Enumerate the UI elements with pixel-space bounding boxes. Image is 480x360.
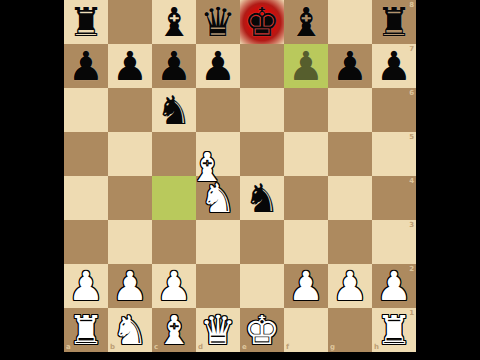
black-pawn-d7[interactable]: ♟	[196, 44, 240, 88]
square-d7[interactable]: ♟	[196, 44, 240, 88]
black-pawn-c7[interactable]: ♟	[152, 44, 196, 88]
square-e4[interactable]: ♞	[240, 176, 284, 220]
square-a2[interactable]: ♟	[64, 264, 108, 308]
square-e5[interactable]	[240, 132, 284, 176]
black-bishop-f8[interactable]: ♝	[284, 0, 328, 44]
black-pawn-b7[interactable]: ♟	[108, 44, 152, 88]
black-knight-e4[interactable]: ♞	[240, 176, 284, 220]
white-king-e1[interactable]: ♚	[240, 308, 284, 352]
square-g3[interactable]	[328, 220, 372, 264]
white-rook-a1[interactable]: ♜	[64, 308, 108, 352]
black-knight-c6[interactable]: ♞	[152, 88, 196, 132]
square-e1[interactable]: ♚e	[240, 308, 284, 352]
square-c7[interactable]: ♟	[152, 44, 196, 88]
square-h2[interactable]: ♟2	[372, 264, 416, 308]
square-d6[interactable]	[196, 88, 240, 132]
square-f8[interactable]: ♝	[284, 0, 328, 44]
square-g7[interactable]: ♟	[328, 44, 372, 88]
white-pawn-c2[interactable]: ♟	[152, 264, 196, 308]
white-pawn-a2[interactable]: ♟	[64, 264, 108, 308]
square-b7[interactable]: ♟	[108, 44, 152, 88]
rank-label-6: 6	[409, 89, 414, 97]
square-d3[interactable]	[196, 220, 240, 264]
square-g5[interactable]	[328, 132, 372, 176]
square-h7[interactable]: ♟7	[372, 44, 416, 88]
square-c6[interactable]: ♞	[152, 88, 196, 132]
square-d1[interactable]: ♛d	[196, 308, 240, 352]
square-c1[interactable]: ♝c	[152, 308, 196, 352]
square-f4[interactable]	[284, 176, 328, 220]
letterbox-left	[0, 0, 64, 360]
rank-label-5: 5	[409, 133, 414, 141]
square-a5[interactable]	[64, 132, 108, 176]
square-g4[interactable]	[328, 176, 372, 220]
square-f6[interactable]	[284, 88, 328, 132]
white-pawn-h2[interactable]: ♟	[372, 264, 416, 308]
square-e2[interactable]	[240, 264, 284, 308]
square-e7[interactable]	[240, 44, 284, 88]
white-pawn-f2[interactable]: ♟	[284, 264, 328, 308]
square-b5[interactable]	[108, 132, 152, 176]
square-e8[interactable]: ♚	[240, 0, 284, 44]
square-f2[interactable]: ♟	[284, 264, 328, 308]
black-queen-d8[interactable]: ♛	[196, 0, 240, 44]
black-pawn-a7[interactable]: ♟	[64, 44, 108, 88]
square-h4[interactable]: 4	[372, 176, 416, 220]
black-pawn-g7[interactable]: ♟	[328, 44, 372, 88]
square-a3[interactable]	[64, 220, 108, 264]
square-b8[interactable]	[108, 0, 152, 44]
square-d8[interactable]: ♛	[196, 0, 240, 44]
file-label-f: f	[286, 343, 289, 351]
square-d2[interactable]	[196, 264, 240, 308]
chess-board: ♜♝♛♚♝♜8♟♟♟♟♟♟♟7♞65♞♞43♟♟♟♟♟♟2♜a♞b♝c♛d♚ef…	[64, 0, 416, 352]
square-a4[interactable]	[64, 176, 108, 220]
square-b1[interactable]: ♞b	[108, 308, 152, 352]
square-a1[interactable]: ♜a	[64, 308, 108, 352]
black-rook-h8[interactable]: ♜	[372, 0, 416, 44]
square-h6[interactable]: 6	[372, 88, 416, 132]
square-g2[interactable]: ♟	[328, 264, 372, 308]
square-a7[interactable]: ♟	[64, 44, 108, 88]
square-b2[interactable]: ♟	[108, 264, 152, 308]
square-g8[interactable]	[328, 0, 372, 44]
square-a6[interactable]	[64, 88, 108, 132]
square-h3[interactable]: 3	[372, 220, 416, 264]
file-label-g: g	[330, 343, 335, 351]
square-e6[interactable]	[240, 88, 284, 132]
rank-label-4: 4	[409, 177, 414, 185]
square-g6[interactable]	[328, 88, 372, 132]
square-c8[interactable]: ♝	[152, 0, 196, 44]
white-pawn-b2[interactable]: ♟	[108, 264, 152, 308]
square-f5[interactable]	[284, 132, 328, 176]
white-queen-d1[interactable]: ♛	[196, 308, 240, 352]
white-rook-h1[interactable]: ♜	[372, 308, 416, 352]
square-c3[interactable]	[152, 220, 196, 264]
square-b6[interactable]	[108, 88, 152, 132]
square-f3[interactable]	[284, 220, 328, 264]
white-bishop-c1[interactable]: ♝	[152, 308, 196, 352]
black-pawn-h7[interactable]: ♟	[372, 44, 416, 88]
black-king-e8[interactable]: ♚	[240, 0, 284, 44]
square-g1[interactable]: g	[328, 308, 372, 352]
black-rook-a8[interactable]: ♜	[64, 0, 108, 44]
square-b4[interactable]	[108, 176, 152, 220]
square-b3[interactable]	[108, 220, 152, 264]
square-h8[interactable]: ♜8	[372, 0, 416, 44]
white-knight-b1[interactable]: ♞	[108, 308, 152, 352]
rank-label-3: 3	[409, 221, 414, 229]
black-pawn-f7[interactable]: ♟	[284, 44, 328, 88]
letterbox-right	[416, 0, 480, 360]
square-e3[interactable]	[240, 220, 284, 264]
square-a8[interactable]: ♜	[64, 0, 108, 44]
video-frame: ♜♝♛♚♝♜8♟♟♟♟♟♟♟7♞65♞♞43♟♟♟♟♟♟2♜a♞b♝c♛d♚ef…	[0, 0, 480, 360]
square-c2[interactable]: ♟	[152, 264, 196, 308]
black-bishop-c8[interactable]: ♝	[152, 0, 196, 44]
square-h1[interactable]: ♜1h	[372, 308, 416, 352]
white-bishop-floating[interactable]: ♝	[185, 145, 229, 189]
square-f1[interactable]: f	[284, 308, 328, 352]
white-pawn-g2[interactable]: ♟	[328, 264, 372, 308]
square-h5[interactable]: 5	[372, 132, 416, 176]
square-f7[interactable]: ♟	[284, 44, 328, 88]
